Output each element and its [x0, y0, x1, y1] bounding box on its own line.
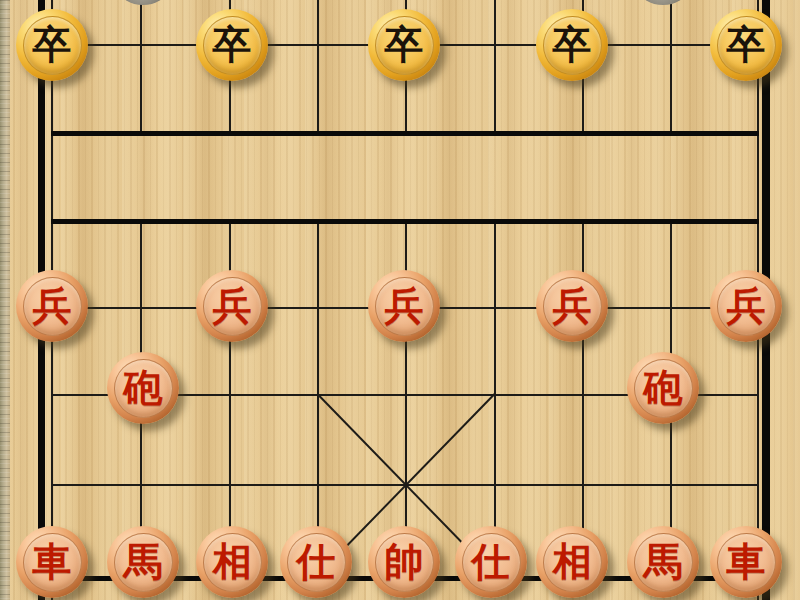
grid-file-line: [494, 221, 496, 578]
piece-glyph: 卒: [33, 25, 72, 64]
piece-face: 相: [203, 533, 262, 592]
piece-face: 帥: [375, 533, 434, 592]
piece-glyph: 仕: [297, 542, 336, 581]
piece-glyph: 兵: [33, 286, 72, 325]
piece-glyph: 馬: [124, 542, 163, 581]
piece-face: 卒: [543, 16, 602, 75]
piece-face: 馬: [634, 533, 693, 592]
piece-red-advisor[interactable]: 仕: [455, 526, 527, 598]
piece-red-soldier[interactable]: 兵: [368, 270, 440, 342]
piece-face: 卒: [375, 16, 434, 75]
piece-glyph: 卒: [213, 25, 252, 64]
piece-glyph: 砲: [644, 368, 683, 407]
piece-glyph: 卒: [385, 25, 424, 64]
grid-file-line: [670, 0, 672, 132]
piece-red-soldier[interactable]: 兵: [196, 270, 268, 342]
piece-face: 車: [23, 533, 82, 592]
piece-face: 仕: [287, 533, 346, 592]
piece-glyph: 相: [553, 542, 592, 581]
piece-black-soldier[interactable]: 卒: [710, 9, 782, 81]
xiangqi-board[interactable]: 卒卒卒卒卒兵兵兵兵兵砲砲車馬相仕帥仕相馬車: [0, 0, 800, 600]
piece-face: 砲: [634, 359, 693, 418]
piece-face: 仕: [462, 533, 521, 592]
grid-file-line: [317, 221, 319, 578]
piece-red-cannon[interactable]: 砲: [627, 352, 699, 424]
piece-glyph: 仕: [472, 542, 511, 581]
piece-glyph: 馬: [644, 542, 683, 581]
piece-face: 車: [717, 533, 776, 592]
piece-red-cannon[interactable]: 砲: [107, 352, 179, 424]
river-top-line: [51, 131, 759, 136]
piece-face: 兵: [203, 277, 262, 336]
piece-black-soldier[interactable]: 卒: [16, 9, 88, 81]
piece-face: 砲: [114, 359, 173, 418]
piece-face: 卒: [203, 16, 262, 75]
piece-glyph: 砲: [124, 368, 163, 407]
piece-face: 卒: [23, 16, 82, 75]
piece-glyph: 兵: [553, 286, 592, 325]
piece-red-elephant[interactable]: 相: [196, 526, 268, 598]
piece-red-chariot[interactable]: 車: [16, 526, 88, 598]
piece-glyph: 兵: [727, 286, 766, 325]
piece-glyph: 兵: [385, 286, 424, 325]
grid-file-line: [494, 0, 496, 132]
piece-red-chariot[interactable]: 車: [710, 526, 782, 598]
piece-face: 兵: [23, 277, 82, 336]
piece-black-cannon-partial[interactable]: [640, 0, 686, 5]
piece-face: 卒: [717, 16, 776, 75]
piece-red-general[interactable]: 帥: [368, 526, 440, 598]
piece-glyph: 車: [33, 542, 72, 581]
piece-black-cannon-partial[interactable]: [120, 0, 166, 5]
piece-glyph: 相: [213, 542, 252, 581]
piece-glyph: 卒: [727, 25, 766, 64]
piece-red-soldier[interactable]: 兵: [536, 270, 608, 342]
piece-face: 相: [543, 533, 602, 592]
piece-glyph: 車: [727, 542, 766, 581]
piece-face: 馬: [114, 533, 173, 592]
piece-glyph: 兵: [213, 286, 252, 325]
river-bottom-line: [51, 219, 759, 224]
grid-file-line: [140, 0, 142, 132]
piece-black-soldier[interactable]: 卒: [368, 9, 440, 81]
piece-red-advisor[interactable]: 仕: [280, 526, 352, 598]
piece-black-soldier[interactable]: 卒: [196, 9, 268, 81]
piece-red-soldier[interactable]: 兵: [16, 270, 88, 342]
piece-red-soldier[interactable]: 兵: [710, 270, 782, 342]
piece-face: 兵: [717, 277, 776, 336]
piece-face: 兵: [543, 277, 602, 336]
piece-face: 兵: [375, 277, 434, 336]
piece-red-horse[interactable]: 馬: [627, 526, 699, 598]
grid-file-line: [317, 0, 319, 132]
board-left-edge: [0, 0, 10, 600]
piece-red-elephant[interactable]: 相: [536, 526, 608, 598]
piece-black-soldier[interactable]: 卒: [536, 9, 608, 81]
piece-red-horse[interactable]: 馬: [107, 526, 179, 598]
piece-glyph: 帥: [385, 542, 424, 581]
piece-glyph: 卒: [553, 25, 592, 64]
